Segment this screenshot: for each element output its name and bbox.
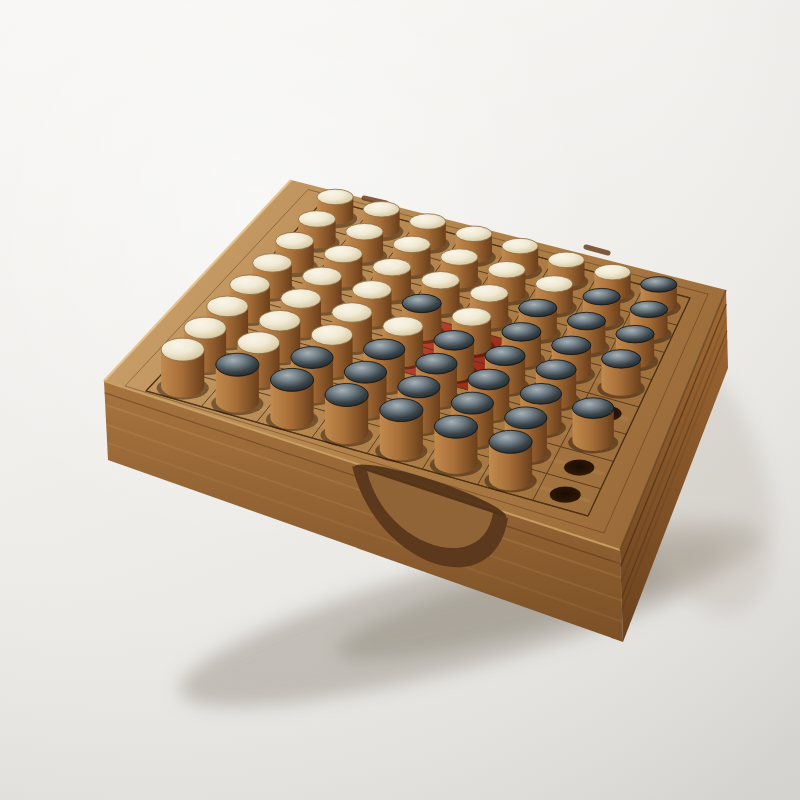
peg-black[interactable] [430, 415, 482, 476]
peg-white[interactable] [157, 338, 209, 399]
empty-hole[interactable] [564, 460, 594, 476]
peg-black[interactable] [211, 353, 263, 415]
empty-hole[interactable] [550, 487, 581, 503]
peg-black[interactable] [375, 399, 427, 463]
peg-black[interactable] [266, 368, 318, 431]
studio-scene [0, 0, 800, 800]
peg-black[interactable] [597, 350, 645, 399]
peg-black[interactable] [568, 398, 618, 454]
peg-black[interactable] [321, 383, 373, 446]
othello-board-photo [0, 0, 800, 800]
peg-black[interactable] [484, 430, 536, 492]
